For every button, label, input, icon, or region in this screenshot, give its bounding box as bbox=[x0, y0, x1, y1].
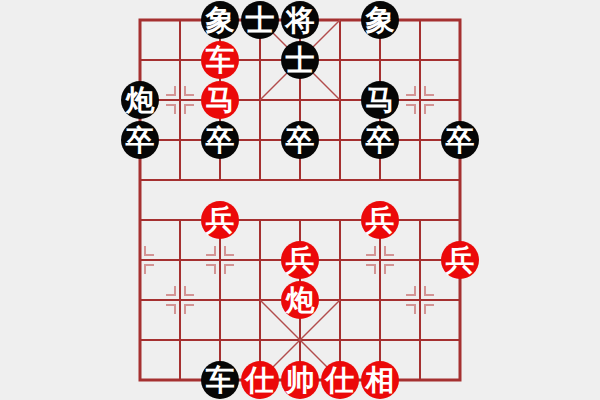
piece-red-soldier[interactable]: 兵 bbox=[361, 201, 399, 239]
piece-black-soldier[interactable]: 卒 bbox=[121, 121, 159, 159]
piece-red-soldier[interactable]: 兵 bbox=[441, 241, 479, 279]
piece-red-soldier[interactable]: 兵 bbox=[201, 201, 239, 239]
piece-black-soldier[interactable]: 卒 bbox=[281, 121, 319, 159]
piece-red-general[interactable]: 帅 bbox=[281, 361, 319, 399]
piece-black-elephant[interactable]: 象 bbox=[201, 1, 239, 39]
piece-black-elephant[interactable]: 象 bbox=[361, 1, 399, 39]
piece-red-advisor[interactable]: 仕 bbox=[241, 361, 279, 399]
piece-red-cannon[interactable]: 炮 bbox=[281, 281, 319, 319]
piece-black-advisor[interactable]: 士 bbox=[241, 1, 279, 39]
piece-red-horse[interactable]: 马 bbox=[201, 81, 239, 119]
piece-red-soldier[interactable]: 兵 bbox=[281, 241, 319, 279]
piece-black-general[interactable]: 将 bbox=[281, 1, 319, 39]
xiangqi-board[interactable]: 象士将象车士炮马马卒卒卒卒卒兵兵兵兵炮车仕帅仕相 bbox=[120, 0, 480, 400]
piece-red-elephant[interactable]: 相 bbox=[361, 361, 399, 399]
piece-black-soldier[interactable]: 卒 bbox=[441, 121, 479, 159]
xiangqi-app: 象士将象车士炮马马卒卒卒卒卒兵兵兵兵炮车仕帅仕相 bbox=[0, 0, 600, 400]
piece-black-horse[interactable]: 马 bbox=[361, 81, 399, 119]
piece-black-soldier[interactable]: 卒 bbox=[201, 121, 239, 159]
piece-black-chariot[interactable]: 车 bbox=[201, 361, 239, 399]
piece-black-cannon[interactable]: 炮 bbox=[121, 81, 159, 119]
piece-red-advisor[interactable]: 仕 bbox=[321, 361, 359, 399]
piece-red-chariot[interactable]: 车 bbox=[201, 41, 239, 79]
piece-black-advisor[interactable]: 士 bbox=[281, 41, 319, 79]
piece-black-soldier[interactable]: 卒 bbox=[361, 121, 399, 159]
